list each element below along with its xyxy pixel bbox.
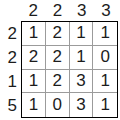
cell-r2c4[interactable]: 0 <box>93 46 117 70</box>
cell-r4c1[interactable]: 1 <box>22 93 46 117</box>
row-clues: 2 2 1 5 <box>0 21 21 118</box>
cell-r4c2[interactable]: 0 <box>46 93 70 117</box>
cell-r2c3[interactable]: 1 <box>70 46 94 70</box>
row-clue-4: 5 <box>8 97 17 114</box>
sum-grid-puzzle: 2 2 3 3 2 2 1 5 1 2 1 1 2 2 1 0 1 2 3 1 … <box>0 0 120 120</box>
cell-r1c4[interactable]: 1 <box>93 22 117 46</box>
col-clue-3: 3 <box>77 2 86 19</box>
cell-r1c1[interactable]: 1 <box>22 22 46 46</box>
cell-r3c2[interactable]: 2 <box>46 70 70 94</box>
row-clue-2: 2 <box>8 49 17 66</box>
col-clue-2: 2 <box>53 2 62 19</box>
cell-r4c3[interactable]: 3 <box>70 93 94 117</box>
col-clue-4: 3 <box>101 2 110 19</box>
puzzle-board: 1 2 1 1 2 2 1 0 1 2 3 1 1 0 3 1 <box>21 21 118 118</box>
column-clues: 2 2 3 3 <box>21 0 118 21</box>
col-clue-1: 2 <box>28 2 37 19</box>
cell-r3c1[interactable]: 1 <box>22 70 46 94</box>
row-clue-1: 2 <box>8 25 17 42</box>
cell-r3c4[interactable]: 1 <box>93 70 117 94</box>
cell-r2c1[interactable]: 2 <box>22 46 46 70</box>
cell-r1c3[interactable]: 1 <box>70 22 94 46</box>
row-clue-3: 1 <box>8 73 17 90</box>
cell-r3c3[interactable]: 3 <box>70 70 94 94</box>
cell-r2c2[interactable]: 2 <box>46 46 70 70</box>
cell-r1c2[interactable]: 2 <box>46 22 70 46</box>
cell-r4c4[interactable]: 1 <box>93 93 117 117</box>
